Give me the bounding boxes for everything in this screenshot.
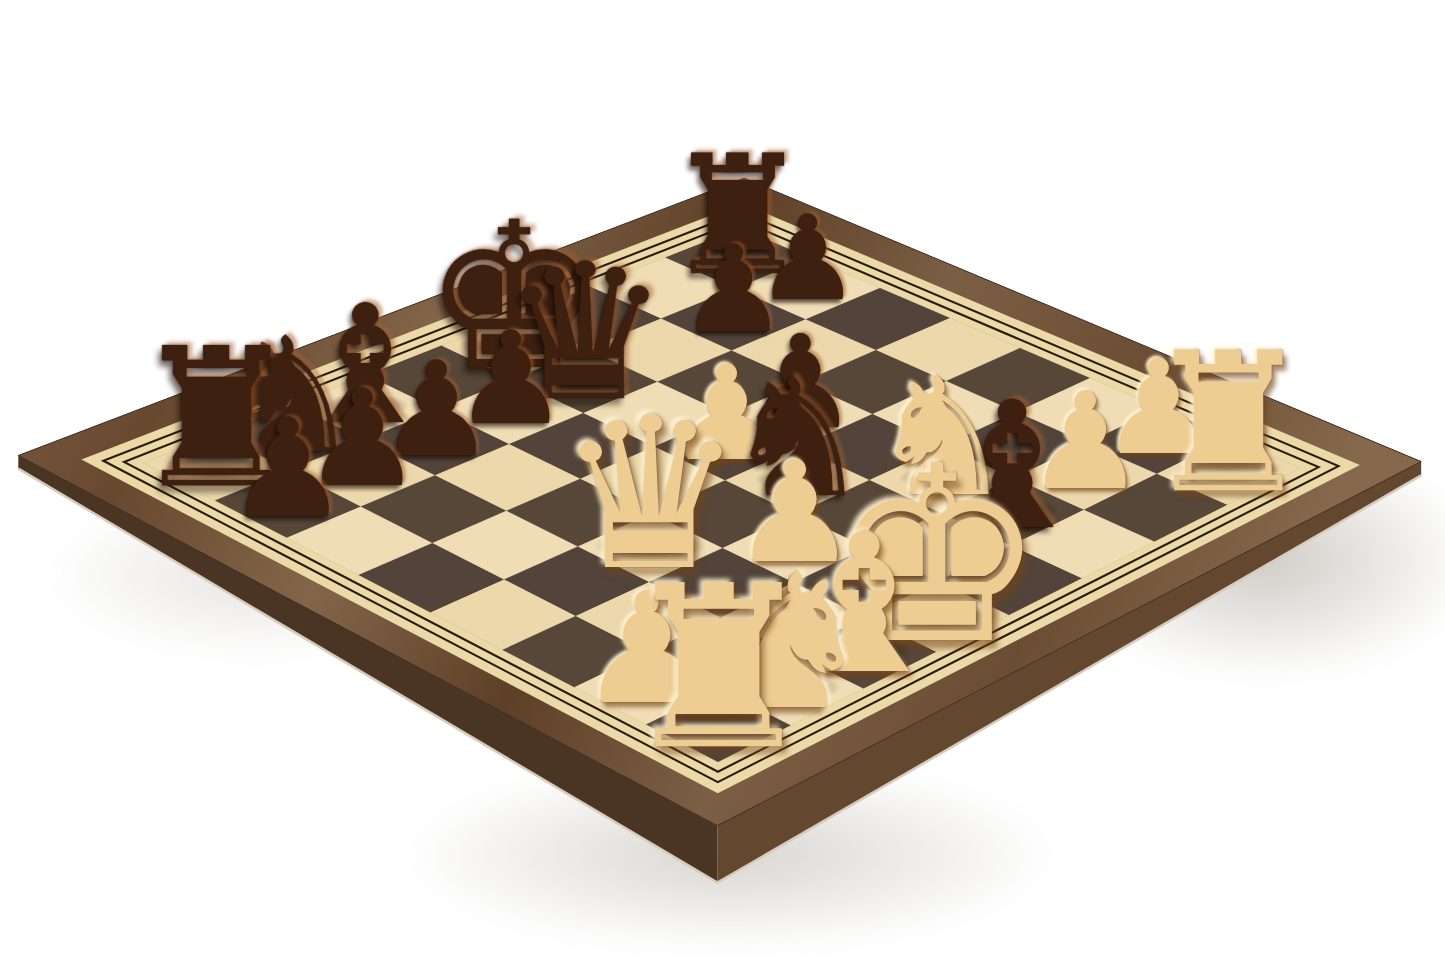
chess-photo: Wooden Staunton chessmen (boxwood vs ros…: [0, 0, 1445, 960]
piece-white-rook-a1: ♜: [618, 556, 820, 781]
pawn-glyph-icon: ♟: [227, 401, 350, 538]
rook-glyph-icon: ♜: [618, 556, 820, 781]
rook-glyph-icon: ♜: [1142, 327, 1314, 519]
piece-white-rook-h1: ♜: [1142, 327, 1314, 519]
pieces-layer: ♜♞♝♚♜♟♟♟♟♛♟♟♟♞♝♜♞♝♚♜♟♟♟♟♛♞♟: [0, 0, 1445, 960]
piece-black-pawn-a7: ♟: [227, 401, 350, 538]
